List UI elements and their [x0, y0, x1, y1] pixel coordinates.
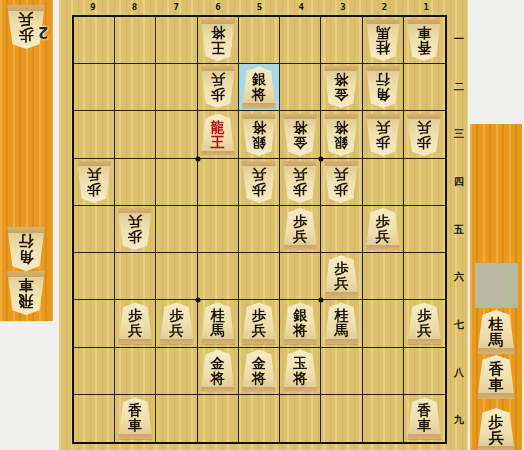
- selected-hand-slot-highlight[interactable]: [475, 263, 518, 308]
- piece-sente-gold[interactable]: 金将: [241, 350, 277, 392]
- hand-piece-sente-knight[interactable]: 桂馬: [476, 310, 516, 354]
- square-4g[interactable]: 銀将: [280, 300, 321, 347]
- piece-gote-silver[interactable]: 銀将: [323, 114, 359, 156]
- square-5a[interactable]: [239, 17, 280, 64]
- piece-kanji: 王: [211, 40, 225, 55]
- square-9f[interactable]: [74, 253, 115, 300]
- square-1d[interactable]: [404, 159, 445, 206]
- piece-kanji: 兵: [293, 229, 307, 244]
- piece-sente-knight[interactable]: 桂馬: [200, 302, 236, 344]
- shogi-board: 987654321 一二三四五六七八九 王将桂馬香車歩兵銀将金将角行龍王銀将金将…: [59, 0, 468, 450]
- piece-gote-pawn[interactable]: 歩兵: [117, 208, 153, 250]
- piece-sente-pawn[interactable]: 歩兵: [323, 255, 359, 297]
- square-9d[interactable]: 歩兵: [74, 159, 115, 206]
- square-4a[interactable]: [280, 17, 321, 64]
- piece-kanji: 角: [19, 249, 34, 265]
- square-2i[interactable]: [363, 395, 404, 442]
- piece-kanji: 歩: [334, 182, 348, 197]
- hand-piece-gote-bishop[interactable]: 角行: [6, 227, 46, 271]
- hand-piece-gote-rook[interactable]: 飛車: [6, 271, 46, 315]
- square-9b[interactable]: [74, 64, 115, 111]
- square-7h[interactable]: [156, 348, 197, 395]
- piece-kanji: 歩: [334, 261, 348, 276]
- piece-kanji: 歩: [417, 135, 431, 150]
- gote-hand-stand: 歩兵2角行飛車: [0, 0, 53, 321]
- piece-kanji: 桂: [376, 40, 390, 55]
- piece-kanji: 歩: [293, 214, 307, 229]
- square-8c[interactable]: [115, 111, 156, 158]
- piece-gote-gold[interactable]: 金将: [323, 66, 359, 108]
- piece-kanji: 歩: [376, 214, 390, 229]
- rank-label-9: 九: [451, 396, 467, 444]
- square-3i[interactable]: [321, 395, 362, 442]
- piece-sente-pawn[interactable]: 歩兵: [365, 208, 401, 250]
- piece-kanji: 兵: [417, 323, 431, 338]
- piece-kanji: 銀: [334, 135, 348, 150]
- piece-sente-dragon[interactable]: 龍王: [200, 114, 236, 156]
- piece-sente-pawn[interactable]: 歩兵: [406, 302, 442, 344]
- square-5e[interactable]: [239, 206, 280, 253]
- square-6e[interactable]: [198, 206, 239, 253]
- square-5b[interactable]: 銀将: [239, 64, 280, 111]
- square-8i[interactable]: 香車: [115, 395, 156, 442]
- square-4d[interactable]: 歩兵: [280, 159, 321, 206]
- piece-kanji: 将: [252, 87, 266, 102]
- piece-gote-pawn[interactable]: 歩兵: [282, 161, 318, 203]
- square-1f[interactable]: [404, 253, 445, 300]
- square-7d[interactable]: [156, 159, 197, 206]
- star-point: [319, 156, 324, 161]
- piece-kanji: 兵: [87, 167, 101, 182]
- piece-kanji: 兵: [376, 120, 390, 135]
- square-9g[interactable]: [74, 300, 115, 347]
- piece-kanji: 兵: [417, 120, 431, 135]
- file-label-3: 3: [322, 1, 364, 13]
- hand-piece-sente-lance[interactable]: 香車: [476, 355, 516, 399]
- piece-kanji: 車: [489, 377, 504, 393]
- square-1e[interactable]: [404, 206, 445, 253]
- piece-kanji: 歩: [211, 87, 225, 102]
- square-6i[interactable]: [198, 395, 239, 442]
- square-4h[interactable]: 玉将: [280, 348, 321, 395]
- piece-sente-lance[interactable]: 香車: [117, 397, 153, 439]
- square-2c[interactable]: 歩兵: [363, 111, 404, 158]
- piece-kanji: 馬: [211, 323, 225, 338]
- square-5h[interactable]: 金将: [239, 348, 280, 395]
- piece-kanji: 金: [334, 87, 348, 102]
- square-8a[interactable]: [115, 17, 156, 64]
- square-2b[interactable]: 角行: [363, 64, 404, 111]
- piece-kanji: 歩: [417, 308, 431, 323]
- square-1g[interactable]: 歩兵: [404, 300, 445, 347]
- piece-sente-silver[interactable]: 銀将: [282, 302, 318, 344]
- piece-gote-pawn[interactable]: 歩兵: [241, 161, 277, 203]
- piece-kanji: 兵: [334, 276, 348, 291]
- piece-kanji: 歩: [252, 182, 266, 197]
- hand-piece-sente-pawn[interactable]: 歩兵: [476, 408, 516, 450]
- rank-label-8: 八: [451, 349, 467, 397]
- piece-gote-pawn[interactable]: 歩兵: [365, 114, 401, 156]
- piece-kanji: 兵: [252, 323, 266, 338]
- square-1a[interactable]: 香車: [404, 17, 445, 64]
- star-point: [319, 298, 324, 303]
- piece-sente-silver[interactable]: 銀将: [241, 66, 277, 108]
- file-coordinate-labels: 987654321: [72, 1, 447, 13]
- square-6d[interactable]: [198, 159, 239, 206]
- piece-kanji: 車: [19, 277, 34, 293]
- square-3e[interactable]: [321, 206, 362, 253]
- piece-kanji: 車: [417, 25, 431, 40]
- piece-kanji: 桂: [489, 316, 504, 332]
- square-7i[interactable]: [156, 395, 197, 442]
- piece-kanji: 歩: [19, 27, 34, 43]
- piece-kanji: 銀: [293, 308, 307, 323]
- square-6a[interactable]: 王将: [198, 17, 239, 64]
- square-8h[interactable]: [115, 348, 156, 395]
- board-grid: 王将桂馬香車歩兵銀将金将角行龍王銀将金将銀将歩兵歩兵歩兵歩兵歩兵歩兵歩兵歩兵歩兵…: [72, 15, 447, 444]
- piece-kanji: 将: [334, 72, 348, 87]
- sente-hand-stand: 桂馬香車歩兵: [470, 124, 522, 450]
- square-2e[interactable]: 歩兵: [363, 206, 404, 253]
- square-1i[interactable]: 香車: [404, 395, 445, 442]
- square-5g[interactable]: 歩兵: [239, 300, 280, 347]
- piece-kanji: 兵: [128, 323, 142, 338]
- square-4f[interactable]: [280, 253, 321, 300]
- piece-kanji: 馬: [489, 332, 504, 348]
- piece-gote-king[interactable]: 王将: [200, 19, 236, 61]
- piece-kanji: 将: [334, 120, 348, 135]
- piece-kanji: 玉: [293, 356, 307, 371]
- square-8d[interactable]: [115, 159, 156, 206]
- square-8b[interactable]: [115, 64, 156, 111]
- rank-label-4: 四: [451, 158, 467, 206]
- piece-sente-pawn[interactable]: 歩兵: [282, 208, 318, 250]
- star-point: [195, 298, 200, 303]
- piece-kanji: 将: [252, 120, 266, 135]
- piece-sente-pawn[interactable]: 歩兵: [241, 302, 277, 344]
- rank-label-1: 一: [451, 15, 467, 63]
- file-label-8: 8: [114, 1, 156, 13]
- rank-label-6: 六: [451, 253, 467, 301]
- rank-label-3: 三: [451, 110, 467, 158]
- piece-gote-silver[interactable]: 銀将: [241, 114, 277, 156]
- piece-kanji: 車: [417, 418, 431, 433]
- piece-gote-pawn[interactable]: 歩兵: [406, 114, 442, 156]
- piece-kanji: 歩: [128, 308, 142, 323]
- piece-kanji: 香: [417, 40, 431, 55]
- piece-sente-pawn[interactable]: 歩兵: [117, 302, 153, 344]
- piece-kanji: 兵: [252, 167, 266, 182]
- piece-kanji: 車: [128, 418, 142, 433]
- square-5i[interactable]: [239, 395, 280, 442]
- piece-kanji: 歩: [376, 135, 390, 150]
- square-5f[interactable]: [239, 253, 280, 300]
- piece-sente-lance[interactable]: 香車: [406, 397, 442, 439]
- piece-kanji: 歩: [128, 229, 142, 244]
- piece-gote-pawn[interactable]: 歩兵: [76, 161, 112, 203]
- square-7f[interactable]: [156, 253, 197, 300]
- square-5d[interactable]: 歩兵: [239, 159, 280, 206]
- piece-gote-knight[interactable]: 桂馬: [365, 19, 401, 61]
- piece-kanji: 飛: [19, 293, 34, 309]
- piece-sente-gold[interactable]: 金将: [200, 350, 236, 392]
- piece-kanji: 行: [376, 72, 390, 87]
- square-2a[interactable]: 桂馬: [363, 17, 404, 64]
- piece-kanji: 将: [293, 371, 307, 386]
- piece-kanji: 銀: [252, 72, 266, 87]
- file-label-4: 4: [280, 1, 322, 13]
- square-3f[interactable]: 歩兵: [321, 253, 362, 300]
- square-9a[interactable]: [74, 17, 115, 64]
- rank-coordinate-labels: 一二三四五六七八九: [451, 15, 467, 444]
- square-2h[interactable]: [363, 348, 404, 395]
- square-9i[interactable]: [74, 395, 115, 442]
- piece-kanji: 歩: [170, 308, 184, 323]
- piece-kanji: 歩: [87, 182, 101, 197]
- piece-kanji: 歩: [252, 308, 266, 323]
- piece-kanji: 香: [417, 403, 431, 418]
- hand-piece-count: 2: [38, 23, 48, 41]
- square-3b[interactable]: 金将: [321, 64, 362, 111]
- square-6g[interactable]: 桂馬: [198, 300, 239, 347]
- piece-kanji: 将: [293, 120, 307, 135]
- piece-kanji: 兵: [334, 167, 348, 182]
- piece-kanji: 金: [252, 356, 266, 371]
- piece-kanji: 角: [376, 87, 390, 102]
- piece-kanji: 龍: [211, 120, 225, 135]
- square-8f[interactable]: [115, 253, 156, 300]
- square-9h[interactable]: [74, 348, 115, 395]
- square-7e[interactable]: [156, 206, 197, 253]
- piece-kanji: 歩: [489, 414, 504, 430]
- piece-sente-king[interactable]: 玉将: [282, 350, 318, 392]
- piece-kanji: 香: [128, 403, 142, 418]
- piece-kanji: 兵: [489, 430, 504, 446]
- square-8e[interactable]: 歩兵: [115, 206, 156, 253]
- file-label-7: 7: [155, 1, 197, 13]
- file-label-2: 2: [364, 1, 406, 13]
- square-3a[interactable]: [321, 17, 362, 64]
- rank-label-5: 五: [451, 206, 467, 254]
- square-9e[interactable]: [74, 206, 115, 253]
- piece-gote-bishop[interactable]: 角行: [365, 66, 401, 108]
- piece-gote-lance[interactable]: 香車: [406, 19, 442, 61]
- star-point: [195, 156, 200, 161]
- piece-kanji: 桂: [211, 308, 225, 323]
- file-label-9: 9: [72, 1, 114, 13]
- piece-gote-pawn[interactable]: 歩兵: [200, 66, 236, 108]
- square-3h[interactable]: [321, 348, 362, 395]
- square-3d[interactable]: 歩兵: [321, 159, 362, 206]
- file-label-6: 6: [197, 1, 239, 13]
- piece-kanji: 金: [293, 135, 307, 150]
- square-4e[interactable]: 歩兵: [280, 206, 321, 253]
- square-1b[interactable]: [404, 64, 445, 111]
- square-1h[interactable]: [404, 348, 445, 395]
- piece-kanji: 兵: [19, 11, 34, 27]
- square-7b[interactable]: [156, 64, 197, 111]
- square-5c[interactable]: 銀将: [239, 111, 280, 158]
- square-9c[interactable]: [74, 111, 115, 158]
- square-4i[interactable]: [280, 395, 321, 442]
- piece-kanji: 兵: [211, 72, 225, 87]
- piece-kanji: 歩: [293, 182, 307, 197]
- piece-kanji: 行: [19, 233, 34, 249]
- piece-gote-gold[interactable]: 金将: [282, 114, 318, 156]
- piece-sente-knight[interactable]: 桂馬: [323, 302, 359, 344]
- piece-kanji: 銀: [252, 135, 266, 150]
- piece-kanji: 将: [252, 371, 266, 386]
- piece-sente-pawn[interactable]: 歩兵: [159, 302, 195, 344]
- piece-kanji: 将: [211, 371, 225, 386]
- file-label-1: 1: [405, 1, 447, 13]
- shogi-app: 歩兵2角行飛車 987654321 一二三四五六七八九 王将桂馬香車歩兵銀将金将…: [0, 0, 524, 450]
- piece-kanji: 金: [211, 356, 225, 371]
- square-4b[interactable]: [280, 64, 321, 111]
- square-6f[interactable]: [198, 253, 239, 300]
- square-3g[interactable]: 桂馬: [321, 300, 362, 347]
- square-2f[interactable]: [363, 253, 404, 300]
- square-6h[interactable]: 金将: [198, 348, 239, 395]
- rank-label-2: 二: [451, 63, 467, 111]
- square-1c[interactable]: 歩兵: [404, 111, 445, 158]
- piece-kanji: 桂: [334, 308, 348, 323]
- square-2g[interactable]: [363, 300, 404, 347]
- square-6c[interactable]: 龍王: [198, 111, 239, 158]
- piece-kanji: 将: [211, 25, 225, 40]
- piece-kanji: 兵: [170, 323, 184, 338]
- square-7a[interactable]: [156, 17, 197, 64]
- piece-kanji: 馬: [334, 323, 348, 338]
- piece-kanji: 香: [489, 361, 504, 377]
- piece-kanji: 兵: [376, 229, 390, 244]
- square-4c[interactable]: 金将: [280, 111, 321, 158]
- piece-kanji: 王: [211, 135, 225, 150]
- piece-kanji: 馬: [376, 25, 390, 40]
- square-7g[interactable]: 歩兵: [156, 300, 197, 347]
- piece-kanji: 兵: [293, 167, 307, 182]
- square-8g[interactable]: 歩兵: [115, 300, 156, 347]
- piece-kanji: 兵: [128, 214, 142, 229]
- square-2d[interactable]: [363, 159, 404, 206]
- file-label-5: 5: [239, 1, 281, 13]
- piece-kanji: 将: [293, 323, 307, 338]
- square-6b[interactable]: 歩兵: [198, 64, 239, 111]
- rank-label-7: 七: [451, 301, 467, 349]
- square-3c[interactable]: 銀将: [321, 111, 362, 158]
- piece-gote-pawn[interactable]: 歩兵: [323, 161, 359, 203]
- square-7c[interactable]: [156, 111, 197, 158]
